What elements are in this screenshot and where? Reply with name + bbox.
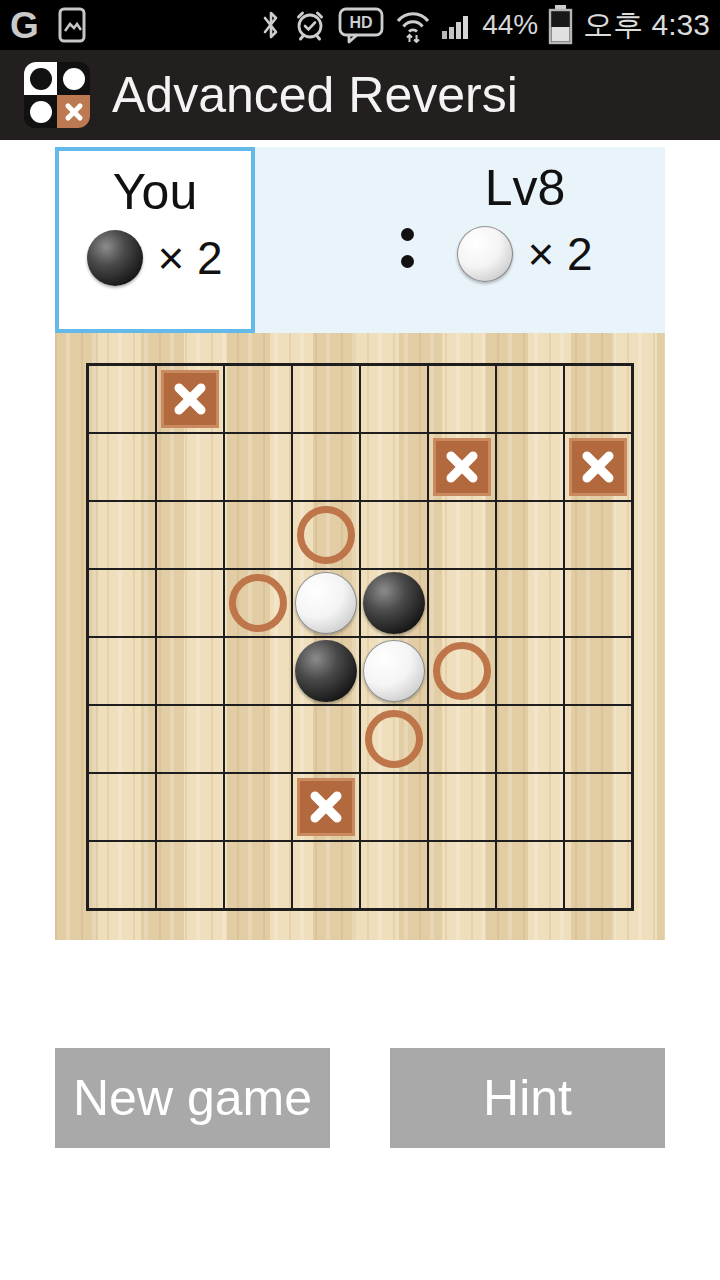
black-disc (87, 230, 143, 286)
legal-move-marker[interactable] (229, 574, 287, 632)
status-left: G (10, 6, 87, 44)
blocked-square (433, 438, 491, 496)
board-cell-e7[interactable] (360, 773, 428, 841)
board-cell-h5[interactable] (564, 637, 632, 705)
signal-icon (442, 10, 472, 40)
board-cell-d7 (292, 773, 360, 841)
board-cell-c5[interactable] (224, 637, 292, 705)
board-cell-g6[interactable] (496, 705, 564, 773)
board-cell-c7[interactable] (224, 773, 292, 841)
board-cell-a5[interactable] (88, 637, 156, 705)
player-opponent-card: Lv8 × 2 (385, 147, 665, 333)
logo-quadrant-white-disc (24, 95, 57, 128)
board-cell-e3[interactable] (360, 501, 428, 569)
status-bar: G HD (0, 0, 720, 50)
board-cell-e2[interactable] (360, 433, 428, 501)
legal-move-marker[interactable] (297, 506, 355, 564)
board-cell-h6[interactable] (564, 705, 632, 773)
board-cell-d8[interactable] (292, 841, 360, 909)
board-cell-c6[interactable] (224, 705, 292, 773)
board-cell-a3[interactable] (88, 501, 156, 569)
board-cell-f1[interactable] (428, 365, 496, 433)
board-cell-b1 (156, 365, 224, 433)
x-icon (444, 449, 480, 485)
white-disc (295, 572, 357, 634)
board-cell-d5 (292, 637, 360, 705)
x-icon (64, 102, 84, 122)
board-cell-e5 (360, 637, 428, 705)
x-icon (172, 381, 208, 417)
board-cell-g2[interactable] (496, 433, 564, 501)
app-title: Advanced Reversi (112, 66, 518, 124)
player-opponent-name: Lv8 (485, 161, 566, 216)
battery-icon (548, 5, 573, 45)
board-cell-d1[interactable] (292, 365, 360, 433)
board-cell-e6[interactable] (360, 705, 428, 773)
board-cell-f7[interactable] (428, 773, 496, 841)
blocked-square (297, 778, 355, 836)
status-right: HD 44% 오후 4:33 (260, 5, 710, 46)
app-bar: Advanced Reversi (0, 50, 720, 140)
gallery-icon (57, 6, 87, 44)
board-cell-e1[interactable] (360, 365, 428, 433)
x-icon (308, 789, 344, 825)
board-cell-a1[interactable] (88, 365, 156, 433)
board-cell-b3[interactable] (156, 501, 224, 569)
alarm-icon (292, 7, 328, 43)
black-disc (363, 572, 425, 634)
board-cell-h2 (564, 433, 632, 501)
hd-label: HD (350, 14, 373, 31)
board-cell-d3[interactable] (292, 501, 360, 569)
board-cell-c1[interactable] (224, 365, 292, 433)
reversi-board (55, 333, 665, 940)
board-cell-c2[interactable] (224, 433, 292, 501)
board-cell-f6[interactable] (428, 705, 496, 773)
bluetooth-icon (260, 8, 282, 42)
board-cell-a7[interactable] (88, 773, 156, 841)
board-cell-e8[interactable] (360, 841, 428, 909)
legal-move-marker[interactable] (433, 642, 491, 700)
board-cell-g7[interactable] (496, 773, 564, 841)
blocked-square (161, 370, 219, 428)
hint-button[interactable]: Hint (390, 1048, 665, 1148)
logo-quadrant-x (57, 95, 90, 128)
black-disc (295, 640, 357, 702)
board-cell-f5[interactable] (428, 637, 496, 705)
board-cell-b8[interactable] (156, 841, 224, 909)
player-you-count-row: × 2 (87, 230, 222, 286)
board-grid (86, 363, 634, 911)
board-cell-a4[interactable] (88, 569, 156, 637)
board-cell-f2 (428, 433, 496, 501)
app-logo-icon (24, 62, 90, 128)
board-cell-g5[interactable] (496, 637, 564, 705)
board-cell-b6[interactable] (156, 705, 224, 773)
board-cell-f4[interactable] (428, 569, 496, 637)
blocked-square (569, 438, 627, 496)
board-cell-d6[interactable] (292, 705, 360, 773)
player-you-name: You (113, 165, 197, 220)
board-cell-h8[interactable] (564, 841, 632, 909)
battery-percent: 44% (482, 9, 538, 41)
player-opponent-count-row: × 2 (457, 226, 592, 282)
hd-bubble-icon: HD (338, 6, 384, 44)
board-cell-d2[interactable] (292, 433, 360, 501)
board-cell-a2[interactable] (88, 433, 156, 501)
wifi-icon (394, 7, 432, 43)
board-cell-c3[interactable] (224, 501, 292, 569)
board-cell-c8[interactable] (224, 841, 292, 909)
scoreboard: You × 2 Lv8 × 2 (55, 147, 665, 333)
player-opponent-count: × 2 (527, 227, 592, 281)
board-cell-g8[interactable] (496, 841, 564, 909)
board-cell-h1[interactable] (564, 365, 632, 433)
legal-move-marker[interactable] (365, 710, 423, 768)
status-time: 오후 4:33 (583, 5, 710, 46)
board-cell-b7[interactable] (156, 773, 224, 841)
board-cell-g1[interactable] (496, 365, 564, 433)
board-cell-b5[interactable] (156, 637, 224, 705)
board-cell-f3[interactable] (428, 501, 496, 569)
board-cell-h3[interactable] (564, 501, 632, 569)
new-game-button[interactable]: New game (55, 1048, 330, 1148)
board-cell-f8[interactable] (428, 841, 496, 909)
player-you-count: × 2 (157, 231, 222, 285)
board-cell-h4[interactable] (564, 569, 632, 637)
board-cell-g4[interactable] (496, 569, 564, 637)
board-cell-e4 (360, 569, 428, 637)
player-you-card: You × 2 (55, 147, 255, 333)
board-cell-b4[interactable] (156, 569, 224, 637)
board-cell-c4[interactable] (224, 569, 292, 637)
board-cell-h7[interactable] (564, 773, 632, 841)
board-cell-g3[interactable] (496, 501, 564, 569)
screen: G HD (0, 0, 720, 1280)
x-icon (580, 449, 616, 485)
g-app-icon: G (10, 7, 39, 44)
white-disc (363, 640, 425, 702)
logo-quadrant-white-disc (57, 62, 90, 95)
logo-quadrant-black-disc (24, 62, 57, 95)
board-cell-d4 (292, 569, 360, 637)
board-cell-b2[interactable] (156, 433, 224, 501)
board-cell-a8[interactable] (88, 841, 156, 909)
white-disc (457, 226, 513, 282)
board-cell-a6[interactable] (88, 705, 156, 773)
